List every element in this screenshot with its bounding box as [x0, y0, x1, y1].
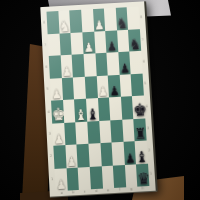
rank-label-7: 7: [42, 34, 49, 56]
piece-white-pawn-a5[interactable]: ♟: [50, 88, 62, 101]
rank-label-8: 8: [41, 12, 48, 34]
piece-white-pawn-b2[interactable]: ♟: [66, 154, 78, 167]
rank-label-6: 6: [43, 56, 50, 79]
rank-label-8: 8: [138, 6, 145, 28]
piece-black-bishop-d4[interactable]: ♝: [86, 106, 98, 121]
file-label-b: b: [67, 190, 79, 196]
piece-white-pawn-d7[interactable]: ♟: [83, 41, 95, 54]
rank-label-2: 2: [47, 145, 54, 168]
rank-label-1: 1: [48, 168, 55, 191]
rank-label-3: 3: [144, 117, 151, 140]
rank-label-5: 5: [142, 72, 149, 95]
rank-label-4: 4: [143, 95, 150, 118]
file-label-f: f: [114, 187, 126, 193]
piece-black-knight-g8[interactable]: ♞: [116, 15, 128, 30]
piece-black-pawn-f7[interactable]: ♟: [106, 40, 118, 53]
rank-label-6: 6: [140, 50, 147, 72]
rank-label-4: 4: [45, 100, 52, 123]
chessboard-photo-scene: ♞♟♞♟♟♞♟♟♟♟♟♚♝♝♚♟♜♟♟♝♟♛ abcdefgh 87654321…: [0, 0, 200, 200]
piece-white-pawn-a1[interactable]: ♟: [55, 178, 67, 191]
file-label-a: a: [56, 191, 68, 197]
piece-white-bishop-c4[interactable]: ♝: [75, 106, 87, 121]
piece-white-pawn-a3[interactable]: ♟: [53, 132, 65, 145]
piece-black-pawn-f5[interactable]: ♟: [108, 84, 120, 97]
chess-board[interactable]: ♞♟♞♟♟♞♟♟♟♟♟♚♝♝♚♟♜♟♟♝♟♛ abcdefgh 87654321…: [40, 1, 158, 197]
rank-label-3: 3: [46, 123, 53, 146]
piece-black-pawn-g2[interactable]: ♟: [124, 151, 136, 164]
piece-white-king-a4[interactable]: ♚: [51, 105, 64, 123]
file-label-h: h: [137, 186, 149, 192]
piece-black-pawn-g6[interactable]: ♟: [119, 61, 131, 74]
piece-white-pawn-e8[interactable]: ♟: [93, 18, 105, 31]
rank-label-7: 7: [139, 28, 146, 50]
piece-white-pawn-b6[interactable]: ♟: [61, 65, 73, 78]
rank-label-2: 2: [146, 139, 153, 162]
piece-white-knight-b8[interactable]: ♞: [58, 18, 70, 33]
rank-label-5: 5: [44, 78, 51, 101]
piece-white-pawn-e5[interactable]: ♟: [97, 85, 109, 98]
file-label-d: d: [90, 189, 102, 195]
chess-board-grid[interactable]: ♞♟♞♟♟♞♟♟♟♟♟♚♝♝♚♟♜♟♟♝♟♛: [46, 7, 149, 192]
file-label-e: e: [102, 188, 114, 194]
file-label-g: g: [125, 187, 137, 193]
file-label-c: c: [79, 189, 91, 195]
rank-label-1: 1: [147, 162, 154, 185]
